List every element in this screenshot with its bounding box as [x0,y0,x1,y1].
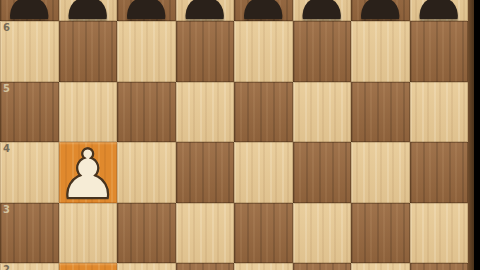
square-h7[interactable]: ♟ [410,0,469,21]
square-e5[interactable] [234,82,293,143]
square-b5[interactable] [59,82,118,143]
letterbox-right [474,0,480,270]
square-h6[interactable] [410,21,469,82]
square-e4[interactable] [234,142,293,203]
square-a4[interactable]: 4 [0,142,59,203]
square-a2[interactable]: 2 [0,263,59,270]
square-d2[interactable] [176,263,235,270]
square-c6[interactable] [117,21,176,82]
rank-label-4: 4 [3,144,10,154]
square-h5[interactable] [410,82,469,143]
rank-label-5: 5 [3,84,10,94]
square-e2[interactable] [234,263,293,270]
square-e3[interactable] [234,203,293,264]
square-g3[interactable] [351,203,410,264]
square-a6[interactable]: 6 [0,21,59,82]
white-pawn[interactable]: ♟ [59,145,118,206]
square-g6[interactable] [351,21,410,82]
app-viewport: ♟♟♟♟♟♟♟♟654♟32 [0,0,480,270]
square-g4[interactable] [351,142,410,203]
square-e7[interactable]: ♟ [234,0,293,21]
square-a3[interactable]: 3 [0,203,59,264]
square-h3[interactable] [410,203,469,264]
square-h4[interactable] [410,142,469,203]
square-d3[interactable] [176,203,235,264]
square-e6[interactable] [234,21,293,82]
square-d6[interactable] [176,21,235,82]
square-g7[interactable]: ♟ [351,0,410,21]
square-d7[interactable]: ♟ [176,0,235,21]
square-g5[interactable] [351,82,410,143]
square-f3[interactable] [293,203,352,264]
square-b4[interactable]: ♟ [59,142,118,203]
square-d5[interactable] [176,82,235,143]
square-g2[interactable] [351,263,410,270]
square-c4[interactable] [117,142,176,203]
square-c3[interactable] [117,203,176,264]
square-a5[interactable]: 5 [0,82,59,143]
square-c7[interactable]: ♟ [117,0,176,21]
square-f2[interactable] [293,263,352,270]
square-a7[interactable]: ♟ [0,0,59,21]
rank-label-3: 3 [3,205,10,215]
square-b7[interactable]: ♟ [59,0,118,21]
square-f7[interactable]: ♟ [293,0,352,21]
square-b6[interactable] [59,21,118,82]
square-f4[interactable] [293,142,352,203]
rank-label-6: 6 [3,23,10,33]
square-f5[interactable] [293,82,352,143]
square-d4[interactable] [176,142,235,203]
square-b2[interactable] [59,263,118,270]
square-c2[interactable] [117,263,176,270]
rank-label-2: 2 [3,265,10,270]
square-h2[interactable] [410,263,469,270]
square-b3[interactable] [59,203,118,264]
square-f6[interactable] [293,21,352,82]
chess-board: ♟♟♟♟♟♟♟♟654♟32 [0,0,468,270]
square-c5[interactable] [117,82,176,143]
